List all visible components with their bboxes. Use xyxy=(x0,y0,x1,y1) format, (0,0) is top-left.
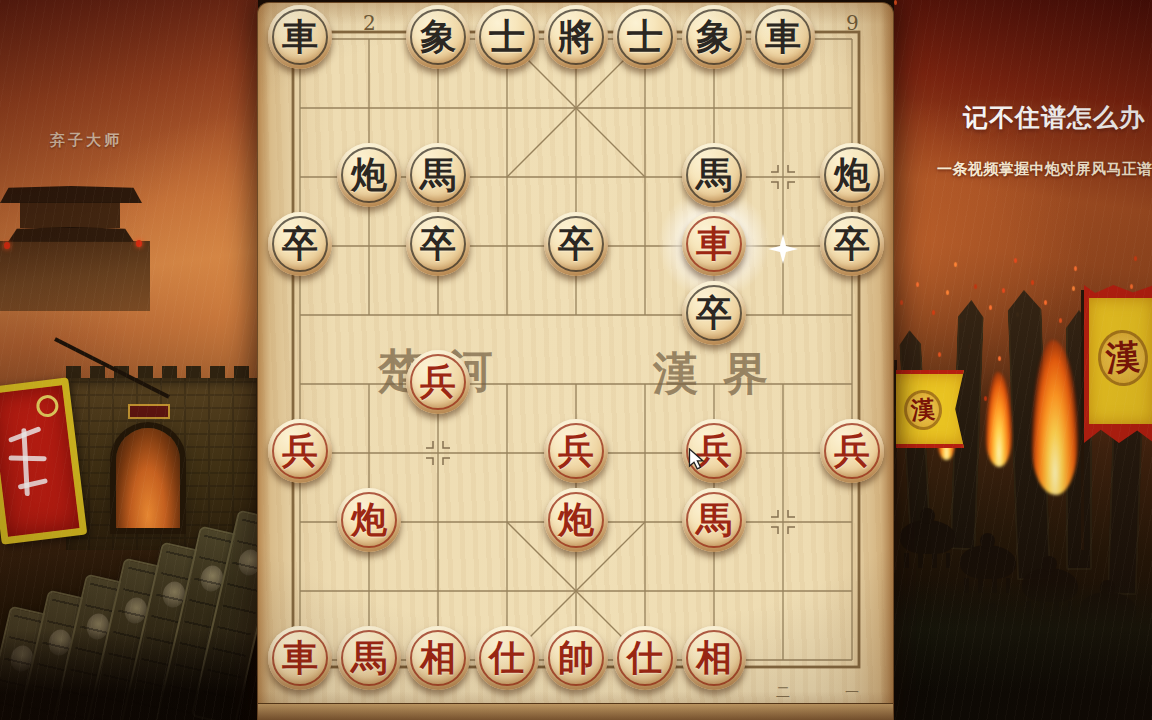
screenshot-stage: 漢 漢 弃子大师 记不住谱怎么办 一条视频掌握中炮对屏风马正谱 楚河 漢界 29… xyxy=(0,0,1152,720)
board-point-c0r7[interactable] xyxy=(266,488,335,557)
board-point-c4r6[interactable]: 兵 xyxy=(542,419,611,488)
board-point-c5r2[interactable] xyxy=(611,143,680,212)
board-frame-bottom xyxy=(258,703,893,720)
board-point-c0r5[interactable] xyxy=(266,350,335,419)
watermark-text: 弃子大师 xyxy=(50,131,122,150)
board-point-c8r4[interactable] xyxy=(818,281,887,350)
board-point-c3r2[interactable] xyxy=(473,143,542,212)
board-point-c2r8[interactable] xyxy=(404,557,473,626)
han-banner: 漢 xyxy=(896,370,964,448)
gate-plaque xyxy=(128,404,170,419)
board-point-c7r7[interactable] xyxy=(749,488,818,557)
video-title: 记不住谱怎么办 xyxy=(963,101,1145,134)
board-point-c7r6[interactable] xyxy=(749,419,818,488)
piece-black-卒[interactable]: 卒 xyxy=(682,281,746,345)
board-point-c5r1[interactable] xyxy=(611,74,680,143)
board-point-c6r8[interactable] xyxy=(680,557,749,626)
board-point-c7r5[interactable] xyxy=(749,350,818,419)
piece-red-仕[interactable]: 仕 xyxy=(475,626,539,690)
piece-red-馬[interactable]: 馬 xyxy=(682,488,746,552)
piece-character: 兵 xyxy=(558,433,594,469)
board-point-c6r5[interactable] xyxy=(680,350,749,419)
piece-character: 仕 xyxy=(627,640,663,676)
board-point-c4r9[interactable]: 帥 xyxy=(542,626,611,695)
piece-black-士[interactable]: 士 xyxy=(613,5,677,69)
board-point-c8r9[interactable] xyxy=(818,626,887,695)
board-point-c2r7[interactable] xyxy=(404,488,473,557)
board-point-c0r1[interactable] xyxy=(266,74,335,143)
board-point-c5r9[interactable]: 仕 xyxy=(611,626,680,695)
board-point-c0r8[interactable] xyxy=(266,557,335,626)
piece-red-兵[interactable]: 兵 xyxy=(820,419,884,483)
board-point-c2r0[interactable]: 象 xyxy=(404,5,473,74)
board-point-c6r7[interactable]: 馬 xyxy=(680,488,749,557)
board-point-c6r1[interactable] xyxy=(680,74,749,143)
piece-red-馬[interactable]: 馬 xyxy=(337,626,401,690)
piece-character: 仕 xyxy=(489,640,525,676)
piece-black-車[interactable]: 車 xyxy=(268,5,332,69)
board-point-c7r8[interactable] xyxy=(749,557,818,626)
piece-character: 兵 xyxy=(696,433,732,469)
piece-character: 車 xyxy=(282,19,318,55)
board-point-c1r9[interactable]: 馬 xyxy=(335,626,404,695)
han-banner-character: 漢 xyxy=(903,389,944,432)
piece-black-士[interactable]: 士 xyxy=(475,5,539,69)
board-point-c1r4[interactable] xyxy=(335,281,404,350)
piece-character: 象 xyxy=(420,19,456,55)
left-ground-shadow xyxy=(0,630,258,720)
piece-red-炮[interactable]: 炮 xyxy=(337,488,401,552)
piece-character: 士 xyxy=(627,19,663,55)
torch-flame xyxy=(986,372,1012,467)
board-point-c3r5[interactable] xyxy=(473,350,542,419)
board-point-c3r3[interactable] xyxy=(473,212,542,281)
board-point-c6r0[interactable]: 象 xyxy=(680,5,749,74)
board-point-c5r4[interactable] xyxy=(611,281,680,350)
board-point-c1r0[interactable] xyxy=(335,5,404,74)
piece-character: 車 xyxy=(765,19,801,55)
board-point-c7r1[interactable] xyxy=(749,74,818,143)
piece-red-車[interactable]: 車 xyxy=(682,212,746,276)
board-point-c3r8[interactable] xyxy=(473,557,542,626)
board-point-c1r6[interactable] xyxy=(335,419,404,488)
board-point-c5r8[interactable] xyxy=(611,557,680,626)
piece-red-仕[interactable]: 仕 xyxy=(613,626,677,690)
board-point-c2r9[interactable]: 相 xyxy=(404,626,473,695)
board-point-c2r3[interactable]: 卒 xyxy=(404,212,473,281)
board-point-c0r6[interactable]: 兵 xyxy=(266,419,335,488)
left-battle-scene xyxy=(0,0,258,720)
video-subtitle: 一条视频掌握中炮对屏风马正谱 xyxy=(937,160,1152,179)
board-point-c8r0[interactable] xyxy=(818,5,887,74)
board-point-c6r6[interactable]: 兵 xyxy=(680,419,749,488)
board-point-c2r4[interactable] xyxy=(404,281,473,350)
board-point-c7r4[interactable] xyxy=(749,281,818,350)
piece-character: 馬 xyxy=(351,640,387,676)
board-point-c3r0[interactable]: 士 xyxy=(473,5,542,74)
piece-character: 兵 xyxy=(282,433,318,469)
gate-archway xyxy=(116,428,180,528)
board-point-c3r6[interactable] xyxy=(473,419,542,488)
piece-character: 炮 xyxy=(834,157,870,193)
gate-tower-base xyxy=(0,241,150,311)
board-point-c7r0[interactable]: 車 xyxy=(749,5,818,74)
piece-black-將[interactable]: 將 xyxy=(544,5,608,69)
board-point-c0r4[interactable] xyxy=(266,281,335,350)
piece-character: 相 xyxy=(696,640,732,676)
piece-character: 炮 xyxy=(351,502,387,538)
board-point-c4r2[interactable] xyxy=(542,143,611,212)
cavalry-silhouette xyxy=(900,520,956,554)
piece-character: 卒 xyxy=(834,226,870,262)
piece-character: 相 xyxy=(420,640,456,676)
piece-red-兵[interactable]: 兵 xyxy=(682,419,746,483)
cavalry-silhouette xyxy=(960,545,1016,579)
piece-black-象[interactable]: 象 xyxy=(682,5,746,69)
board-point-c4r3[interactable]: 卒 xyxy=(542,212,611,281)
board-point-c0r2[interactable] xyxy=(266,143,335,212)
piece-black-馬[interactable]: 馬 xyxy=(406,143,470,207)
piece-character: 炮 xyxy=(351,157,387,193)
piece-character: 士 xyxy=(489,19,525,55)
board-point-c8r2[interactable]: 炮 xyxy=(818,143,887,212)
board-point-c1r1[interactable] xyxy=(335,74,404,143)
board-point-c0r0[interactable]: 車 xyxy=(266,5,335,74)
board-point-c4r0[interactable]: 將 xyxy=(542,5,611,74)
piece-character: 兵 xyxy=(420,364,456,400)
gate-tower-roof xyxy=(0,186,142,203)
board-point-c4r5[interactable] xyxy=(542,350,611,419)
han-banner: 漢 xyxy=(1084,298,1152,424)
piece-black-卒[interactable]: 卒 xyxy=(268,212,332,276)
right-ground-shadow xyxy=(894,580,1152,720)
lantern-icon xyxy=(4,242,10,249)
board-point-c3r9[interactable]: 仕 xyxy=(473,626,542,695)
piece-red-兵[interactable]: 兵 xyxy=(544,419,608,483)
xiangqi-board-panel: 楚河 漢界 29二一 車象士將士象車炮馬馬炮卒卒卒車卒卒兵兵兵兵兵炮炮馬車馬相仕… xyxy=(257,2,894,720)
board-point-c8r7[interactable] xyxy=(818,488,887,557)
board-point-c4r4[interactable] xyxy=(542,281,611,350)
piece-character: 車 xyxy=(282,640,318,676)
board-point-c5r6[interactable] xyxy=(611,419,680,488)
piece-character: 帥 xyxy=(558,640,594,676)
gate-tower-lower-roof xyxy=(8,227,134,242)
piece-black-車[interactable]: 車 xyxy=(751,5,815,69)
board-point-c2r5[interactable]: 兵 xyxy=(404,350,473,419)
board-point-c4r7[interactable]: 炮 xyxy=(542,488,611,557)
han-banner-character: 漢 xyxy=(1096,328,1150,387)
board-point-c5r7[interactable] xyxy=(611,488,680,557)
board-point-c2r2[interactable]: 馬 xyxy=(404,143,473,212)
board-point-c5r5[interactable] xyxy=(611,350,680,419)
piece-character: 卒 xyxy=(558,226,594,262)
board-point-c0r9[interactable]: 車 xyxy=(266,626,335,695)
piece-character: 象 xyxy=(696,19,732,55)
piece-red-車[interactable]: 車 xyxy=(268,626,332,690)
board-point-c3r4[interactable] xyxy=(473,281,542,350)
piece-red-炮[interactable]: 炮 xyxy=(544,488,608,552)
gate-tower-body xyxy=(20,202,120,228)
board-point-c6r3[interactable]: 車 xyxy=(680,212,749,281)
piece-red-兵[interactable]: 兵 xyxy=(406,350,470,414)
piece-character: 卒 xyxy=(696,295,732,331)
piece-character: 卒 xyxy=(420,226,456,262)
board-grid: 車象士將士象車炮馬馬炮卒卒卒車卒卒兵兵兵兵兵炮炮馬車馬相仕帥仕相 xyxy=(266,5,887,695)
board-point-c8r3[interactable]: 卒 xyxy=(818,212,887,281)
piece-black-象[interactable]: 象 xyxy=(406,5,470,69)
piece-red-帥[interactable]: 帥 xyxy=(544,626,608,690)
board-point-c2r1[interactable] xyxy=(404,74,473,143)
piece-character: 馬 xyxy=(420,157,456,193)
piece-character: 將 xyxy=(558,19,594,55)
piece-black-炮[interactable]: 炮 xyxy=(337,143,401,207)
piece-red-相[interactable]: 相 xyxy=(682,626,746,690)
board-point-c4r8[interactable] xyxy=(542,557,611,626)
piece-character: 卒 xyxy=(282,226,318,262)
board-point-c8r5[interactable] xyxy=(818,350,887,419)
board-point-c7r2[interactable] xyxy=(749,143,818,212)
piece-character: 車 xyxy=(696,226,732,262)
board-point-c1r2[interactable]: 炮 xyxy=(335,143,404,212)
piece-black-炮[interactable]: 炮 xyxy=(820,143,884,207)
board-point-c3r7[interactable] xyxy=(473,488,542,557)
board-point-c7r9[interactable] xyxy=(749,626,818,695)
piece-character: 馬 xyxy=(696,157,732,193)
board-point-c8r8[interactable] xyxy=(818,557,887,626)
sparkle-effect-icon xyxy=(768,234,798,264)
piece-red-兵[interactable]: 兵 xyxy=(268,419,332,483)
board-point-c1r7[interactable]: 炮 xyxy=(335,488,404,557)
board-point-c1r8[interactable] xyxy=(335,557,404,626)
piece-black-卒[interactable]: 卒 xyxy=(820,212,884,276)
piece-black-馬[interactable]: 馬 xyxy=(682,143,746,207)
board-point-c5r0[interactable]: 士 xyxy=(611,5,680,74)
flag-seal-icon xyxy=(35,394,60,419)
lantern-icon xyxy=(136,240,142,247)
piece-character: 馬 xyxy=(696,502,732,538)
board-point-c1r5[interactable] xyxy=(335,350,404,419)
board-point-c4r1[interactable] xyxy=(542,74,611,143)
piece-black-卒[interactable]: 卒 xyxy=(406,212,470,276)
piece-black-卒[interactable]: 卒 xyxy=(544,212,608,276)
board-point-c8r6[interactable]: 兵 xyxy=(818,419,887,488)
board-point-c3r1[interactable] xyxy=(473,74,542,143)
board-point-c0r3[interactable]: 卒 xyxy=(266,212,335,281)
piece-character: 兵 xyxy=(834,433,870,469)
board-point-c8r1[interactable] xyxy=(818,74,887,143)
board-point-c1r3[interactable] xyxy=(335,212,404,281)
board-point-c6r9[interactable]: 相 xyxy=(680,626,749,695)
piece-character: 炮 xyxy=(558,502,594,538)
board-point-c2r6[interactable] xyxy=(404,419,473,488)
piece-red-相[interactable]: 相 xyxy=(406,626,470,690)
